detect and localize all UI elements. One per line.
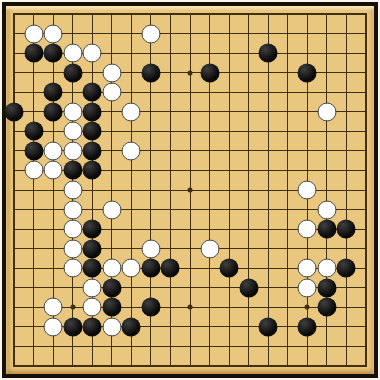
grid-line-horizontal — [13, 346, 367, 347]
black-stone — [161, 259, 180, 278]
white-stone — [317, 102, 336, 121]
white-stone — [298, 259, 317, 278]
grid-line-vertical — [229, 13, 230, 367]
black-stone — [83, 259, 102, 278]
black-stone — [63, 161, 82, 180]
white-stone — [63, 181, 82, 200]
grid-line-vertical — [346, 13, 347, 367]
white-stone — [24, 161, 43, 180]
white-stone — [44, 24, 63, 43]
white-stone — [44, 317, 63, 336]
star-point — [188, 305, 193, 310]
white-stone — [102, 83, 121, 102]
black-stone — [298, 63, 317, 82]
white-stone — [63, 102, 82, 121]
black-stone — [220, 259, 239, 278]
black-stone — [83, 122, 102, 141]
black-stone — [83, 317, 102, 336]
black-stone — [83, 102, 102, 121]
black-stone — [44, 83, 63, 102]
black-stone — [317, 298, 336, 317]
white-stone — [44, 161, 63, 180]
black-stone — [102, 278, 121, 297]
grid-line-vertical — [365, 13, 367, 367]
black-stone — [259, 317, 278, 336]
black-stone — [83, 239, 102, 258]
white-stone — [298, 181, 317, 200]
black-stone — [83, 220, 102, 239]
white-stone — [24, 24, 43, 43]
white-stone — [83, 44, 102, 63]
black-stone — [259, 44, 278, 63]
black-stone — [317, 278, 336, 297]
grid-line-horizontal — [13, 365, 367, 367]
white-stone — [44, 141, 63, 160]
grid-line-vertical — [268, 13, 269, 367]
black-stone — [141, 259, 160, 278]
black-stone — [83, 83, 102, 102]
white-stone — [83, 278, 102, 297]
black-stone — [298, 317, 317, 336]
white-stone — [317, 200, 336, 219]
black-stone — [5, 102, 24, 121]
black-stone — [337, 259, 356, 278]
black-stone — [239, 278, 258, 297]
black-stone — [83, 161, 102, 180]
white-stone — [122, 259, 141, 278]
black-stone — [122, 317, 141, 336]
star-point — [188, 70, 193, 75]
star-point — [188, 188, 193, 193]
white-stone — [63, 200, 82, 219]
white-stone — [102, 63, 121, 82]
black-stone — [63, 317, 82, 336]
white-stone — [102, 259, 121, 278]
black-stone — [24, 44, 43, 63]
white-stone — [63, 122, 82, 141]
grid-line-vertical — [248, 13, 249, 367]
black-stone — [44, 44, 63, 63]
black-stone — [337, 220, 356, 239]
white-stone — [298, 278, 317, 297]
white-stone — [102, 200, 121, 219]
white-stone — [317, 259, 336, 278]
grid-line-vertical — [287, 13, 288, 367]
black-stone — [141, 63, 160, 82]
black-stone — [317, 220, 336, 239]
white-stone — [298, 220, 317, 239]
white-stone — [122, 102, 141, 121]
black-stone — [63, 63, 82, 82]
white-stone — [63, 220, 82, 239]
white-stone — [63, 141, 82, 160]
black-stone — [200, 63, 219, 82]
black-stone — [44, 102, 63, 121]
white-stone — [44, 298, 63, 317]
black-stone — [141, 298, 160, 317]
black-stone — [102, 298, 121, 317]
white-stone — [83, 298, 102, 317]
black-stone — [83, 141, 102, 160]
star-point — [70, 305, 75, 310]
go-board[interactable] — [0, 0, 380, 380]
white-stone — [63, 44, 82, 63]
white-stone — [63, 259, 82, 278]
white-stone — [141, 24, 160, 43]
white-stone — [200, 239, 219, 258]
star-point — [305, 305, 310, 310]
black-stone — [24, 122, 43, 141]
white-stone — [141, 239, 160, 258]
white-stone — [122, 141, 141, 160]
white-stone — [102, 317, 121, 336]
black-stone — [24, 141, 43, 160]
white-stone — [63, 239, 82, 258]
